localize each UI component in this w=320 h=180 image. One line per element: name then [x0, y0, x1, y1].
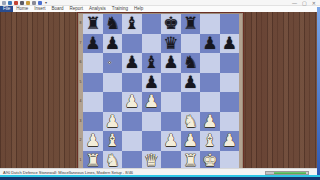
square-g5[interactable] — [200, 73, 220, 93]
piece-black-pawn: ♟ — [220, 34, 240, 54]
chess-board: ♜♞♝♚♜♟♟♛♟♟♟♝♟♞♟♟♟♟♟♞♟♟♝♟♟♝♟♜♞♛♜♚ — [83, 14, 239, 170]
bottom-border-navy-line — [0, 177, 320, 180]
square-h6[interactable] — [220, 53, 240, 73]
square-f8[interactable]: ♜ — [181, 14, 201, 34]
square-h3[interactable] — [220, 112, 240, 132]
piece-black-king: ♚ — [161, 14, 181, 34]
square-e5[interactable] — [161, 73, 181, 93]
square-h4[interactable] — [220, 92, 240, 112]
square-c7[interactable] — [122, 34, 142, 54]
square-c6[interactable]: ♟ — [122, 53, 142, 73]
piece-white-pawn: ♟ — [142, 92, 162, 112]
square-a8[interactable]: ♜ — [83, 14, 103, 34]
square-h7[interactable]: ♟ — [220, 34, 240, 54]
square-d7[interactable] — [142, 34, 162, 54]
chess-board-panel: 87654321 ♜♞♝♚♜♟♟♛♟♟♟♝♟♞♟♟♟♟♟♞♟♟♝♟♟♝♟♜♞♛♜… — [77, 12, 244, 172]
quick-access-toolbar: ▾ — [2, 1, 47, 5]
window-bottom-border — [0, 175, 320, 180]
square-b3[interactable]: ♟ — [103, 112, 123, 132]
square-g6[interactable] — [200, 53, 220, 73]
piece-black-rook: ♜ — [181, 14, 201, 34]
piece-black-pawn: ♟ — [200, 34, 220, 54]
square-g4[interactable] — [200, 92, 220, 112]
square-e3[interactable] — [161, 112, 181, 132]
square-b4[interactable] — [103, 92, 123, 112]
square-d3[interactable] — [142, 112, 162, 132]
piece-white-pawn: ♟ — [161, 131, 181, 151]
piece-black-pawn: ♟ — [142, 73, 162, 93]
piece-black-pawn: ♟ — [181, 73, 201, 93]
piece-white-pawn: ♟ — [103, 112, 123, 132]
square-h2[interactable]: ♟ — [220, 131, 240, 151]
record-icon[interactable] — [14, 1, 18, 5]
square-b5[interactable] — [103, 73, 123, 93]
square-c2[interactable] — [122, 131, 142, 151]
square-b6[interactable] — [103, 53, 123, 73]
piece-white-pawn: ♟ — [83, 131, 103, 151]
square-g8[interactable] — [200, 14, 220, 34]
piece-black-rook: ♜ — [83, 14, 103, 34]
piece-black-bishop: ♝ — [142, 53, 162, 73]
square-c5[interactable] — [122, 73, 142, 93]
square-c8[interactable]: ♝ — [122, 14, 142, 34]
piece-white-pawn: ♟ — [122, 92, 142, 112]
square-c3[interactable] — [122, 112, 142, 132]
database-icon[interactable] — [26, 1, 30, 5]
square-f7[interactable] — [181, 34, 201, 54]
square-f4[interactable] — [181, 92, 201, 112]
square-d4[interactable]: ♟ — [142, 92, 162, 112]
piece-black-bishop: ♝ — [122, 14, 142, 34]
piece-black-pawn: ♟ — [83, 34, 103, 54]
board-grid-icon[interactable] — [2, 1, 6, 5]
new-game-icon[interactable] — [8, 1, 12, 5]
piece-black-pawn: ♟ — [161, 53, 181, 73]
square-d2[interactable] — [142, 131, 162, 151]
piece-black-pawn: ♟ — [103, 34, 123, 54]
square-b8[interactable]: ♞ — [103, 14, 123, 34]
square-b2[interactable]: ♝ — [103, 131, 123, 151]
piece-black-knight: ♞ — [103, 14, 123, 34]
status-bar: A90 Dutch Defence Stonewall: Miscellaneo… — [0, 168, 317, 175]
piece-black-pawn: ♟ — [122, 53, 142, 73]
square-g7[interactable]: ♟ — [200, 34, 220, 54]
piece-black-queen: ♛ — [161, 34, 181, 54]
square-d6[interactable]: ♝ — [142, 53, 162, 73]
square-f5[interactable]: ♟ — [181, 73, 201, 93]
square-a4[interactable] — [83, 92, 103, 112]
square-a2[interactable]: ♟ — [83, 131, 103, 151]
toolbar-dropdown-icon[interactable]: ▾ — [45, 1, 47, 5]
progress-fill — [274, 172, 306, 174]
square-a6[interactable] — [83, 53, 103, 73]
square-e4[interactable] — [161, 92, 181, 112]
square-f6[interactable]: ♞ — [181, 53, 201, 73]
piece-white-knight: ♞ — [181, 112, 201, 132]
square-e7[interactable]: ♛ — [161, 34, 181, 54]
square-a7[interactable]: ♟ — [83, 34, 103, 54]
piece-black-knight: ♞ — [181, 53, 201, 73]
square-h8[interactable] — [220, 14, 240, 34]
progress-bar — [265, 171, 309, 175]
square-a5[interactable] — [83, 73, 103, 93]
engine-icon[interactable] — [32, 1, 36, 5]
piece-white-bishop: ♝ — [103, 131, 123, 151]
square-a3[interactable] — [83, 112, 103, 132]
square-e6[interactable]: ♟ — [161, 53, 181, 73]
clock-icon[interactable] — [38, 1, 42, 5]
wood-desktop-background: 87654321 ♜♞♝♚♜♟♟♛♟♟♟♝♟♞♟♟♟♟♟♞♟♟♝♟♟♝♟♜♞♛♜… — [0, 12, 320, 175]
square-f2[interactable]: ♟ — [181, 131, 201, 151]
progress-label — [266, 172, 274, 174]
square-e8[interactable]: ♚ — [161, 14, 181, 34]
square-d8[interactable] — [142, 14, 162, 34]
square-b7[interactable]: ♟ — [103, 34, 123, 54]
piece-white-bishop: ♝ — [200, 131, 220, 151]
square-g2[interactable]: ♝ — [200, 131, 220, 151]
piece-white-pawn: ♟ — [200, 112, 220, 132]
square-g3[interactable]: ♟ — [200, 112, 220, 132]
square-f3[interactable]: ♞ — [181, 112, 201, 132]
piece-white-pawn: ♟ — [181, 131, 201, 151]
piece-white-pawn: ♟ — [220, 131, 240, 151]
notation-icon[interactable] — [20, 1, 24, 5]
square-c4[interactable]: ♟ — [122, 92, 142, 112]
square-d5[interactable]: ♟ — [142, 73, 162, 93]
square-e2[interactable]: ♟ — [161, 131, 181, 151]
square-h5[interactable] — [220, 73, 240, 93]
app-window: ▾ — ▢ ✕ FileHomeInsertBoardReportAnalysi… — [0, 0, 320, 180]
